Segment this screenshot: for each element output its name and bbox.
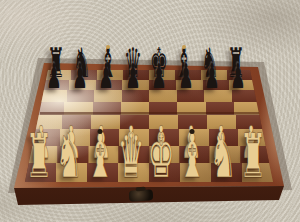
piece-black-pawn-a7: ♟	[46, 59, 61, 93]
bishop-finial-c8	[106, 45, 110, 49]
piece-white-rook-a1: ♜	[25, 126, 52, 187]
piece-black-pawn-d7: ♟	[125, 59, 140, 93]
bishop-finial-f1	[190, 129, 195, 134]
bishop-finial-f8	[182, 45, 186, 49]
piece-white-knight-g1: ♞	[209, 126, 236, 187]
piece-black-pawn-b7: ♟	[72, 59, 87, 93]
piece-black-pawn-f7: ♟	[178, 59, 193, 93]
piece-white-rook-h1: ♜	[240, 126, 267, 187]
hinge-seam	[40, 112, 259, 115]
piece-black-pawn-c7: ♟	[99, 59, 114, 93]
piece-white-bishop-f1: ♝	[178, 126, 205, 187]
chess-set-photo: ♜♞♝♛♚♝♞♜♟♟♟♟♟♟♟♟♟♟♟♟♟♟♟♟♜♞♝♛♚♝♞♜	[0, 0, 300, 222]
bishop-finial-c1	[97, 129, 102, 134]
piece-white-king-e1: ♚	[148, 126, 175, 187]
piece-white-bishop-c1: ♝	[86, 126, 113, 187]
piece-white-queen-d1: ♛	[117, 126, 144, 187]
piece-black-pawn-e7: ♟	[151, 59, 166, 93]
piece-black-pawn-h7: ♟	[231, 59, 246, 93]
piece-black-pawn-g7: ♟	[204, 59, 219, 93]
piece-white-knight-b1: ♞	[56, 126, 83, 187]
